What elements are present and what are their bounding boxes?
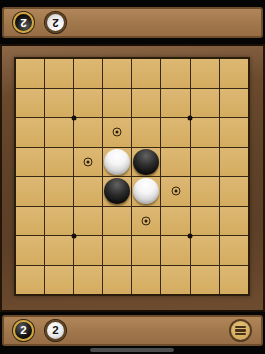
- board-cell-a8[interactable]: [16, 266, 44, 295]
- board-cell-e2[interactable]: [132, 89, 160, 118]
- star-point: [71, 233, 76, 238]
- menu-button[interactable]: [229, 319, 252, 342]
- board-cell-e1[interactable]: [132, 59, 160, 88]
- board-cell-h6[interactable]: [220, 207, 248, 236]
- board-cell-a1[interactable]: [16, 59, 44, 88]
- top-white-score-badge: 2: [45, 12, 66, 33]
- board-cell-b5[interactable]: [45, 177, 73, 206]
- board-cell-e8[interactable]: [132, 266, 160, 295]
- board-cell-c8[interactable]: [74, 266, 102, 295]
- legal-move-hint-e6[interactable]: [142, 216, 151, 225]
- board-cell-g5[interactable]: [191, 177, 219, 206]
- board-cell-f3[interactable]: [161, 118, 189, 147]
- board-cell-d1[interactable]: [103, 59, 131, 88]
- board-cell-d7[interactable]: [103, 236, 131, 265]
- board-cell-d4[interactable]: [103, 148, 131, 177]
- board-cell-d6[interactable]: [103, 207, 131, 236]
- board-cell-g4[interactable]: [191, 148, 219, 177]
- white-disc-d4: [104, 149, 130, 175]
- board-cell-d2[interactable]: [103, 89, 131, 118]
- board-cell-a3[interactable]: [16, 118, 44, 147]
- board-cell-g8[interactable]: [191, 266, 219, 295]
- board-cell-f6[interactable]: [161, 207, 189, 236]
- board-cell-b3[interactable]: [45, 118, 73, 147]
- board-cell-c4[interactable]: [74, 148, 102, 177]
- board-cell-d8[interactable]: [103, 266, 131, 295]
- bottom-black-score: 2: [20, 325, 26, 337]
- board-cell-h3[interactable]: [220, 118, 248, 147]
- board-cell-c5[interactable]: [74, 177, 102, 206]
- black-disc-d5: [104, 178, 130, 204]
- board-cell-f7[interactable]: [161, 236, 189, 265]
- board-cell-g6[interactable]: [191, 207, 219, 236]
- hamburger-icon: [235, 326, 246, 328]
- board-cell-e6[interactable]: [132, 207, 160, 236]
- board-cell-h5[interactable]: [220, 177, 248, 206]
- board-cell-h7[interactable]: [220, 236, 248, 265]
- board-cell-h1[interactable]: [220, 59, 248, 88]
- star-point: [188, 115, 193, 120]
- board-cell-g7[interactable]: [191, 236, 219, 265]
- star-point: [188, 233, 193, 238]
- board-grid[interactable]: [16, 59, 248, 294]
- board-cell-b6[interactable]: [45, 207, 73, 236]
- board-cell-b4[interactable]: [45, 148, 73, 177]
- board-cell-h4[interactable]: [220, 148, 248, 177]
- home-indicator-bar[interactable]: [90, 348, 174, 352]
- board-cell-f1[interactable]: [161, 59, 189, 88]
- board-cell-f2[interactable]: [161, 89, 189, 118]
- top-black-score: 2: [20, 17, 26, 29]
- board-cell-a4[interactable]: [16, 148, 44, 177]
- black-disc-e4: [133, 149, 159, 175]
- legal-move-hint-d3[interactable]: [113, 128, 122, 137]
- white-disc-e5: [133, 178, 159, 204]
- board-cell-b1[interactable]: [45, 59, 73, 88]
- board-cell-h8[interactable]: [220, 266, 248, 295]
- board-cell-c3[interactable]: [74, 118, 102, 147]
- top-black-score-badge: 2: [13, 12, 34, 33]
- star-point: [71, 115, 76, 120]
- board-cell-a2[interactable]: [16, 89, 44, 118]
- legal-move-hint-f5[interactable]: [171, 187, 180, 196]
- board-cell-e5[interactable]: [132, 177, 160, 206]
- board-cell-h2[interactable]: [220, 89, 248, 118]
- board-cell-b2[interactable]: [45, 89, 73, 118]
- board-cell-e7[interactable]: [132, 236, 160, 265]
- board-cell-a7[interactable]: [16, 236, 44, 265]
- board-cell-b8[interactable]: [45, 266, 73, 295]
- board-cell-g1[interactable]: [191, 59, 219, 88]
- board-cell-c2[interactable]: [74, 89, 102, 118]
- board-cell-a6[interactable]: [16, 207, 44, 236]
- board-cell-e3[interactable]: [132, 118, 160, 147]
- top-player-bar: 2 2: [2, 7, 263, 38]
- board-cell-a5[interactable]: [16, 177, 44, 206]
- board-cell-b7[interactable]: [45, 236, 73, 265]
- bottom-player-bar: 2 2: [2, 315, 263, 346]
- bottom-white-score: 2: [52, 325, 58, 337]
- board-cell-f5[interactable]: [161, 177, 189, 206]
- board-cell-g3[interactable]: [191, 118, 219, 147]
- board-border: [14, 57, 250, 296]
- board-cell-c1[interactable]: [74, 59, 102, 88]
- board-cell-c7[interactable]: [74, 236, 102, 265]
- legal-move-hint-c4[interactable]: [84, 157, 93, 166]
- bottom-black-score-badge: 2: [13, 320, 34, 341]
- board-cell-f8[interactable]: [161, 266, 189, 295]
- board-cell-d5[interactable]: [103, 177, 131, 206]
- board-cell-g2[interactable]: [191, 89, 219, 118]
- top-white-score: 2: [52, 17, 58, 29]
- board-cell-c6[interactable]: [74, 207, 102, 236]
- board-cell-f4[interactable]: [161, 148, 189, 177]
- bottom-white-score-badge: 2: [45, 320, 66, 341]
- board-cell-e4[interactable]: [132, 148, 160, 177]
- board-frame: [0, 44, 265, 312]
- board-cell-d3[interactable]: [103, 118, 131, 147]
